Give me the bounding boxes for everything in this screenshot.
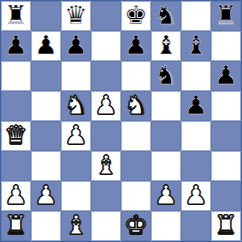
- black-queen[interactable]: ♛: [64, 2, 87, 28]
- chess-board-wrapper: ♜♛♚♞♜♟♟♟♟♝♝♞♟♞♟♞♟♛♟♝♟♟♟♟♜♝♚♜: [0, 0, 242, 242]
- white-rook[interactable]: ♜: [4, 212, 27, 238]
- square-d2[interactable]: [91, 181, 121, 211]
- black-king[interactable]: ♚: [124, 2, 147, 28]
- square-e1[interactable]: ♚: [121, 211, 151, 241]
- square-c1[interactable]: ♝: [61, 211, 91, 241]
- square-h6[interactable]: ♟: [211, 61, 241, 91]
- square-a8[interactable]: ♜: [1, 1, 31, 31]
- white-pawn[interactable]: ♟: [184, 182, 207, 208]
- black-bishop[interactable]: ♝: [154, 32, 177, 58]
- square-g6[interactable]: [181, 61, 211, 91]
- black-rook[interactable]: ♜: [4, 2, 27, 28]
- square-f7[interactable]: ♝: [151, 31, 181, 61]
- square-g8[interactable]: [181, 1, 211, 31]
- square-c2[interactable]: [61, 181, 91, 211]
- square-h2[interactable]: [211, 181, 241, 211]
- white-pawn[interactable]: ♟: [154, 182, 177, 208]
- square-b5[interactable]: [31, 91, 61, 121]
- white-king[interactable]: ♚: [124, 212, 147, 238]
- white-pawn[interactable]: ♟: [4, 182, 27, 208]
- white-rook[interactable]: ♜: [214, 212, 237, 238]
- black-pawn[interactable]: ♟: [64, 32, 87, 58]
- square-e4[interactable]: [121, 121, 151, 151]
- square-h5[interactable]: [211, 91, 241, 121]
- square-e6[interactable]: [121, 61, 151, 91]
- square-b2[interactable]: ♟: [31, 181, 61, 211]
- square-e7[interactable]: ♟: [121, 31, 151, 61]
- chess-board[interactable]: ♜♛♚♞♜♟♟♟♟♝♝♞♟♞♟♞♟♛♟♝♟♟♟♟♜♝♚♜: [0, 0, 242, 242]
- black-bishop[interactable]: ♝: [184, 32, 207, 58]
- square-d7[interactable]: [91, 31, 121, 61]
- square-b4[interactable]: [31, 121, 61, 151]
- white-pawn[interactable]: ♟: [94, 92, 117, 118]
- black-pawn[interactable]: ♟: [184, 92, 207, 118]
- square-f2[interactable]: ♟: [151, 181, 181, 211]
- white-pawn[interactable]: ♟: [34, 182, 57, 208]
- square-d8[interactable]: [91, 1, 121, 31]
- square-h3[interactable]: [211, 151, 241, 181]
- square-g2[interactable]: ♟: [181, 181, 211, 211]
- square-h7[interactable]: [211, 31, 241, 61]
- square-d6[interactable]: [91, 61, 121, 91]
- square-h1[interactable]: ♜: [211, 211, 241, 241]
- square-a2[interactable]: ♟: [1, 181, 31, 211]
- square-g4[interactable]: [181, 121, 211, 151]
- square-g1[interactable]: [181, 211, 211, 241]
- black-pawn[interactable]: ♟: [124, 32, 147, 58]
- square-b6[interactable]: [31, 61, 61, 91]
- black-knight[interactable]: ♞: [154, 2, 177, 28]
- square-e2[interactable]: [121, 181, 151, 211]
- square-f8[interactable]: ♞: [151, 1, 181, 31]
- square-b8[interactable]: [31, 1, 61, 31]
- black-rook[interactable]: ♜: [214, 2, 237, 28]
- white-bishop[interactable]: ♝: [64, 212, 87, 238]
- square-c5[interactable]: ♞: [61, 91, 91, 121]
- white-knight[interactable]: ♞: [64, 92, 87, 118]
- square-a7[interactable]: ♟: [1, 31, 31, 61]
- black-knight[interactable]: ♞: [154, 62, 177, 88]
- square-g5[interactable]: ♟: [181, 91, 211, 121]
- square-d5[interactable]: ♟: [91, 91, 121, 121]
- black-pawn[interactable]: ♟: [4, 32, 27, 58]
- square-d3[interactable]: ♝: [91, 151, 121, 181]
- square-c8[interactable]: ♛: [61, 1, 91, 31]
- black-pawn[interactable]: ♟: [34, 32, 57, 58]
- white-queen[interactable]: ♛: [4, 122, 27, 148]
- square-c3[interactable]: [61, 151, 91, 181]
- square-f4[interactable]: [151, 121, 181, 151]
- square-d1[interactable]: [91, 211, 121, 241]
- square-e5[interactable]: ♞: [121, 91, 151, 121]
- square-f5[interactable]: [151, 91, 181, 121]
- square-c4[interactable]: ♟: [61, 121, 91, 151]
- square-h4[interactable]: [211, 121, 241, 151]
- square-f3[interactable]: [151, 151, 181, 181]
- square-e3[interactable]: [121, 151, 151, 181]
- square-a4[interactable]: ♛: [1, 121, 31, 151]
- white-bishop[interactable]: ♝: [94, 152, 117, 178]
- square-c6[interactable]: [61, 61, 91, 91]
- square-b1[interactable]: [31, 211, 61, 241]
- square-g3[interactable]: [181, 151, 211, 181]
- square-c7[interactable]: ♟: [61, 31, 91, 61]
- square-f6[interactable]: ♞: [151, 61, 181, 91]
- square-a1[interactable]: ♜: [1, 211, 31, 241]
- square-f1[interactable]: [151, 211, 181, 241]
- square-a5[interactable]: [1, 91, 31, 121]
- white-knight[interactable]: ♞: [124, 92, 147, 118]
- square-a6[interactable]: [1, 61, 31, 91]
- square-b3[interactable]: [31, 151, 61, 181]
- square-e8[interactable]: ♚: [121, 1, 151, 31]
- white-pawn[interactable]: ♟: [64, 122, 87, 148]
- square-b7[interactable]: ♟: [31, 31, 61, 61]
- black-pawn[interactable]: ♟: [214, 62, 237, 88]
- square-a3[interactable]: [1, 151, 31, 181]
- square-d4[interactable]: [91, 121, 121, 151]
- square-h8[interactable]: ♜: [211, 1, 241, 31]
- square-g7[interactable]: ♝: [181, 31, 211, 61]
